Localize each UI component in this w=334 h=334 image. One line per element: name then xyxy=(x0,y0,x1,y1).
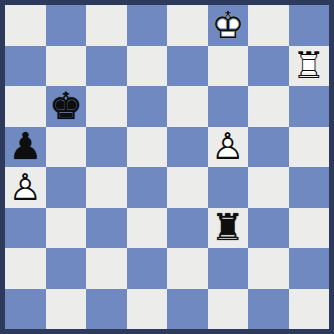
square-b5[interactable] xyxy=(46,127,87,168)
chess-board: ♚♔♜♖♚♟♟♙♟♙♜ xyxy=(5,5,329,329)
square-b4[interactable] xyxy=(46,167,87,208)
square-c2[interactable] xyxy=(86,248,127,289)
square-h5[interactable] xyxy=(289,127,330,168)
square-b6[interactable]: ♚ xyxy=(46,86,87,127)
square-a6[interactable] xyxy=(5,86,46,127)
square-e4[interactable] xyxy=(167,167,208,208)
square-e3[interactable] xyxy=(167,208,208,249)
square-d1[interactable] xyxy=(127,289,168,330)
square-d7[interactable] xyxy=(127,46,168,87)
square-b8[interactable] xyxy=(46,5,87,46)
white-king[interactable]: ♚♔ xyxy=(208,5,249,46)
square-h1[interactable] xyxy=(289,289,330,330)
square-c8[interactable] xyxy=(86,5,127,46)
square-h4[interactable] xyxy=(289,167,330,208)
square-f5[interactable]: ♟♙ xyxy=(208,127,249,168)
square-g6[interactable] xyxy=(248,86,289,127)
square-e7[interactable] xyxy=(167,46,208,87)
square-c7[interactable] xyxy=(86,46,127,87)
square-f2[interactable] xyxy=(208,248,249,289)
square-b7[interactable] xyxy=(46,46,87,87)
square-f8[interactable]: ♚♔ xyxy=(208,5,249,46)
square-g1[interactable] xyxy=(248,289,289,330)
black-rook[interactable]: ♜ xyxy=(208,208,249,249)
square-d3[interactable] xyxy=(127,208,168,249)
square-a2[interactable] xyxy=(5,248,46,289)
square-b2[interactable] xyxy=(46,248,87,289)
black-king[interactable]: ♚ xyxy=(46,86,87,127)
white-rook[interactable]: ♜♖ xyxy=(289,46,330,87)
square-g4[interactable] xyxy=(248,167,289,208)
square-a7[interactable] xyxy=(5,46,46,87)
white-pawn[interactable]: ♟♙ xyxy=(208,127,249,168)
square-f7[interactable] xyxy=(208,46,249,87)
black-pawn[interactable]: ♟ xyxy=(5,127,46,168)
square-g3[interactable] xyxy=(248,208,289,249)
square-d5[interactable] xyxy=(127,127,168,168)
square-b3[interactable] xyxy=(46,208,87,249)
square-f1[interactable] xyxy=(208,289,249,330)
board-frame: ♚♔♜♖♚♟♟♙♟♙♜ xyxy=(0,0,334,334)
square-f6[interactable] xyxy=(208,86,249,127)
square-d2[interactable] xyxy=(127,248,168,289)
square-h7[interactable]: ♜♖ xyxy=(289,46,330,87)
square-d4[interactable] xyxy=(127,167,168,208)
square-e6[interactable] xyxy=(167,86,208,127)
square-e8[interactable] xyxy=(167,5,208,46)
square-a4[interactable]: ♟♙ xyxy=(5,167,46,208)
square-c5[interactable] xyxy=(86,127,127,168)
square-a1[interactable] xyxy=(5,289,46,330)
square-h2[interactable] xyxy=(289,248,330,289)
square-c3[interactable] xyxy=(86,208,127,249)
white-pawn[interactable]: ♟♙ xyxy=(5,167,46,208)
square-h6[interactable] xyxy=(289,86,330,127)
square-a5[interactable]: ♟ xyxy=(5,127,46,168)
square-f4[interactable] xyxy=(208,167,249,208)
square-c6[interactable] xyxy=(86,86,127,127)
square-e1[interactable] xyxy=(167,289,208,330)
square-d6[interactable] xyxy=(127,86,168,127)
square-a8[interactable] xyxy=(5,5,46,46)
square-c1[interactable] xyxy=(86,289,127,330)
square-e2[interactable] xyxy=(167,248,208,289)
square-f3[interactable]: ♜ xyxy=(208,208,249,249)
square-g5[interactable] xyxy=(248,127,289,168)
square-h3[interactable] xyxy=(289,208,330,249)
square-g7[interactable] xyxy=(248,46,289,87)
square-b1[interactable] xyxy=(46,289,87,330)
square-a3[interactable] xyxy=(5,208,46,249)
square-g2[interactable] xyxy=(248,248,289,289)
square-h8[interactable] xyxy=(289,5,330,46)
square-g8[interactable] xyxy=(248,5,289,46)
square-c4[interactable] xyxy=(86,167,127,208)
square-d8[interactable] xyxy=(127,5,168,46)
square-e5[interactable] xyxy=(167,127,208,168)
